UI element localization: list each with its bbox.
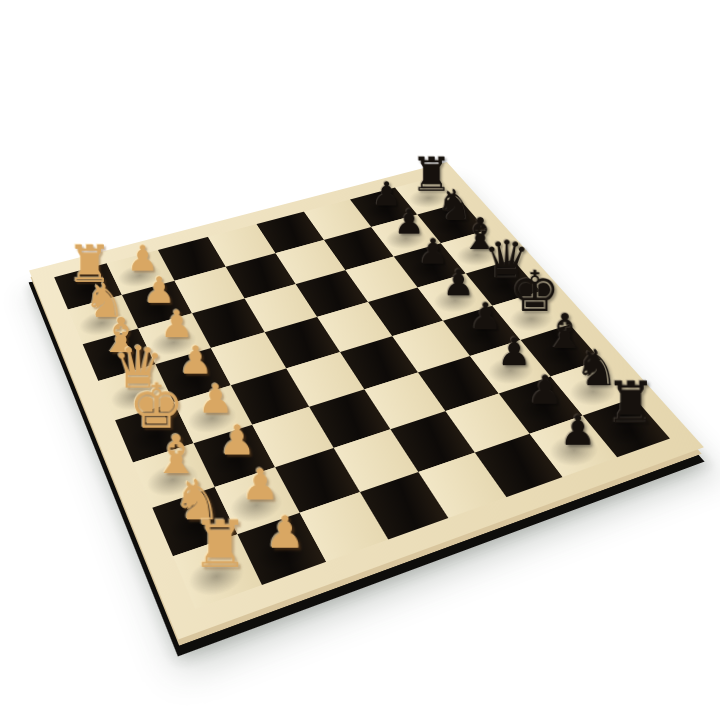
- chess-board: ♜♟♟♜♞♟♟♞♝♟♟♝♛♟♟♛♚♟♟♚♝♟♟♝♞♟♟♞♜♟♟♜: [29, 162, 704, 639]
- white-pawn-e2[interactable]: ♟: [182, 379, 250, 419]
- white-pawn-f2[interactable]: ♟: [202, 419, 272, 461]
- square-h7[interactable]: ♟: [530, 416, 618, 477]
- black-pawn-g7[interactable]: ♟: [511, 370, 578, 410]
- square-h1[interactable]: ♜: [173, 534, 262, 609]
- white-pawn-g2[interactable]: ♟: [224, 463, 297, 506]
- photo-stage: ♜♟♟♜♞♟♟♞♝♟♟♝♛♟♟♛♚♟♟♚♝♟♟♝♞♟♟♞♜♟♟♜: [0, 0, 720, 720]
- white-rook-h1[interactable]: ♜: [182, 513, 259, 578]
- black-pawn-f7[interactable]: ♟: [482, 333, 547, 372]
- board-grid: ♜♟♟♜♞♟♟♞♝♟♟♝♛♟♟♛♚♟♟♚♝♟♟♝♞♟♟♞♜♟♟♜: [54, 176, 670, 609]
- board-frame: ♜♟♟♜♞♟♟♞♝♟♟♝♛♟♟♛♚♟♟♚♝♟♟♝♞♟♟♞♜♟♟♜: [29, 162, 704, 639]
- black-pawn-h7[interactable]: ♟: [543, 410, 613, 451]
